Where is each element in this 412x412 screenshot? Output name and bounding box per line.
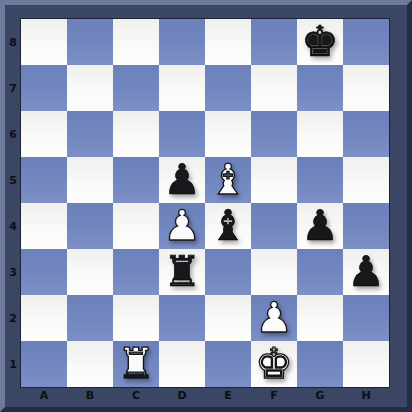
rank-label-3: 3 (5, 249, 21, 295)
square-d6[interactable] (159, 111, 205, 157)
rank-label-2: 2 (5, 295, 21, 341)
square-e4[interactable]: ♝ (205, 203, 251, 249)
square-c2[interactable] (113, 295, 159, 341)
square-e8[interactable] (205, 19, 251, 65)
square-f2[interactable]: ♟ (251, 295, 297, 341)
square-f3[interactable] (251, 249, 297, 295)
square-f4[interactable] (251, 203, 297, 249)
square-h7[interactable] (343, 65, 389, 111)
rank-label-6: 6 (5, 111, 21, 157)
square-b2[interactable] (67, 295, 113, 341)
rank-label-1: 1 (5, 341, 21, 387)
square-b6[interactable] (67, 111, 113, 157)
rank-labels: 87654321 (5, 19, 21, 387)
piece-black-pawn-d5[interactable]: ♟ (163, 157, 201, 203)
square-f5[interactable] (251, 157, 297, 203)
square-d7[interactable] (159, 65, 205, 111)
square-g8[interactable]: ♚ (297, 19, 343, 65)
file-label-B: B (67, 387, 113, 403)
square-c4[interactable] (113, 203, 159, 249)
square-b8[interactable] (67, 19, 113, 65)
square-a2[interactable] (21, 295, 67, 341)
square-a6[interactable] (21, 111, 67, 157)
square-g3[interactable] (297, 249, 343, 295)
square-h5[interactable] (343, 157, 389, 203)
file-label-A: A (21, 387, 67, 403)
square-c5[interactable] (113, 157, 159, 203)
rank-label-5: 5 (5, 157, 21, 203)
square-e5[interactable]: ♝ (205, 157, 251, 203)
square-e3[interactable] (205, 249, 251, 295)
square-g4[interactable]: ♟ (297, 203, 343, 249)
square-g2[interactable] (297, 295, 343, 341)
piece-black-pawn-h3[interactable]: ♟ (347, 249, 385, 295)
piece-white-pawn-f2[interactable]: ♟ (255, 295, 293, 341)
rank-label-8: 8 (5, 19, 21, 65)
piece-black-bishop-e4[interactable]: ♝ (209, 203, 247, 249)
square-g5[interactable] (297, 157, 343, 203)
square-b7[interactable] (67, 65, 113, 111)
square-e6[interactable] (205, 111, 251, 157)
file-labels: ABCDEFGH (21, 387, 389, 403)
rank-label-4: 4 (5, 203, 21, 249)
square-c8[interactable] (113, 19, 159, 65)
square-e1[interactable] (205, 341, 251, 387)
square-d5[interactable]: ♟ (159, 157, 205, 203)
square-d4[interactable]: ♟ (159, 203, 205, 249)
file-label-C: C (113, 387, 159, 403)
square-f7[interactable] (251, 65, 297, 111)
square-b1[interactable] (67, 341, 113, 387)
square-h6[interactable] (343, 111, 389, 157)
chess-board-frame: 87654321 ♚♟♝♟♝♟♜♟♟♜♚ ABCDEFGH (0, 0, 412, 412)
file-label-D: D (159, 387, 205, 403)
square-a4[interactable] (21, 203, 67, 249)
square-g7[interactable] (297, 65, 343, 111)
square-d8[interactable] (159, 19, 205, 65)
square-d2[interactable] (159, 295, 205, 341)
square-f6[interactable] (251, 111, 297, 157)
file-label-H: H (343, 387, 389, 403)
square-b4[interactable] (67, 203, 113, 249)
square-f8[interactable] (251, 19, 297, 65)
square-h4[interactable] (343, 203, 389, 249)
square-c6[interactable] (113, 111, 159, 157)
square-a3[interactable] (21, 249, 67, 295)
square-c1[interactable]: ♜ (113, 341, 159, 387)
square-g6[interactable] (297, 111, 343, 157)
rank-label-7: 7 (5, 65, 21, 111)
piece-black-pawn-g4[interactable]: ♟ (301, 203, 339, 249)
file-label-G: G (297, 387, 343, 403)
square-d1[interactable] (159, 341, 205, 387)
square-a8[interactable] (21, 19, 67, 65)
square-g1[interactable] (297, 341, 343, 387)
square-a1[interactable] (21, 341, 67, 387)
square-a5[interactable] (21, 157, 67, 203)
square-h1[interactable] (343, 341, 389, 387)
file-label-E: E (205, 387, 251, 403)
square-c3[interactable] (113, 249, 159, 295)
square-a7[interactable] (21, 65, 67, 111)
square-f1[interactable]: ♚ (251, 341, 297, 387)
file-label-F: F (251, 387, 297, 403)
square-b5[interactable] (67, 157, 113, 203)
square-b3[interactable] (67, 249, 113, 295)
piece-black-king-g8[interactable]: ♚ (301, 19, 339, 65)
square-h8[interactable] (343, 19, 389, 65)
square-e7[interactable] (205, 65, 251, 111)
board[interactable]: ♚♟♝♟♝♟♜♟♟♜♚ (21, 19, 389, 387)
piece-white-king-f1[interactable]: ♚ (255, 341, 293, 387)
square-d3[interactable]: ♜ (159, 249, 205, 295)
square-h3[interactable]: ♟ (343, 249, 389, 295)
piece-white-pawn-d4[interactable]: ♟ (163, 203, 201, 249)
square-c7[interactable] (113, 65, 159, 111)
square-e2[interactable] (205, 295, 251, 341)
piece-black-rook-d3[interactable]: ♜ (163, 249, 201, 295)
piece-white-bishop-e5[interactable]: ♝ (209, 157, 247, 203)
piece-white-rook-c1[interactable]: ♜ (117, 341, 155, 387)
square-h2[interactable] (343, 295, 389, 341)
